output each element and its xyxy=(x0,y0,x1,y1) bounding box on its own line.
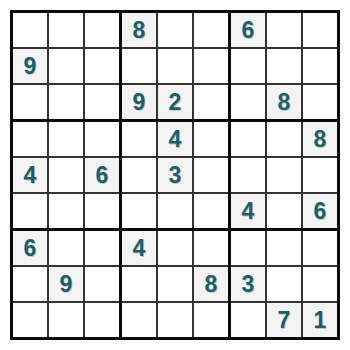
cell-r1c4[interactable]: 8 xyxy=(122,13,156,47)
sudoku-box-8: 48 xyxy=(122,231,228,337)
cell-r1c9[interactable] xyxy=(303,13,337,47)
cell-r3c9[interactable] xyxy=(303,85,337,119)
cell-r2c7[interactable] xyxy=(231,49,265,83)
cell-r6c2[interactable] xyxy=(49,194,83,228)
cell-r4c8[interactable] xyxy=(267,122,301,156)
cell-r8c6[interactable]: 8 xyxy=(194,267,228,301)
cell-r3c5[interactable]: 2 xyxy=(158,85,192,119)
sudoku-box-6: 846 xyxy=(231,122,337,228)
cell-r6c4[interactable] xyxy=(122,194,156,228)
cell-r7c9[interactable] xyxy=(303,231,337,265)
cell-r1c8[interactable] xyxy=(267,13,301,47)
cell-r9c6[interactable] xyxy=(194,303,228,337)
cell-r4c2[interactable] xyxy=(49,122,83,156)
cell-r2c6[interactable] xyxy=(194,49,228,83)
cell-r8c7[interactable]: 3 xyxy=(231,267,265,301)
cell-r6c5[interactable] xyxy=(158,194,192,228)
cell-r1c1[interactable] xyxy=(13,13,47,47)
cell-r6c7[interactable]: 4 xyxy=(231,194,265,228)
sudoku-box-5: 43 xyxy=(122,122,228,228)
sudoku-box-7: 69 xyxy=(13,231,119,337)
cell-r9c2[interactable] xyxy=(49,303,83,337)
cell-r6c3[interactable] xyxy=(85,194,119,228)
cell-r8c9[interactable] xyxy=(303,267,337,301)
cell-r4c3[interactable] xyxy=(85,122,119,156)
cell-r4c6[interactable] xyxy=(194,122,228,156)
cell-r8c4[interactable] xyxy=(122,267,156,301)
sudoku-page: 98926846438466948371 xyxy=(0,0,350,350)
cell-r7c3[interactable] xyxy=(85,231,119,265)
cell-r5c4[interactable] xyxy=(122,158,156,192)
cell-r5c1[interactable]: 4 xyxy=(13,158,47,192)
cell-r9c8[interactable]: 7 xyxy=(267,303,301,337)
cell-r7c4[interactable]: 4 xyxy=(122,231,156,265)
cell-r3c3[interactable] xyxy=(85,85,119,119)
cell-r3c8[interactable]: 8 xyxy=(267,85,301,119)
cell-r7c5[interactable] xyxy=(158,231,192,265)
cell-r2c4[interactable] xyxy=(122,49,156,83)
cell-r4c9[interactable]: 8 xyxy=(303,122,337,156)
cell-r9c1[interactable] xyxy=(13,303,47,337)
cell-r5c5[interactable]: 3 xyxy=(158,158,192,192)
cell-r3c1[interactable] xyxy=(13,85,47,119)
cell-r2c5[interactable] xyxy=(158,49,192,83)
cell-r7c8[interactable] xyxy=(267,231,301,265)
cell-r2c9[interactable] xyxy=(303,49,337,83)
cell-r2c2[interactable] xyxy=(49,49,83,83)
cell-r5c3[interactable]: 6 xyxy=(85,158,119,192)
cell-r3c2[interactable] xyxy=(49,85,83,119)
cell-r4c4[interactable] xyxy=(122,122,156,156)
cell-r6c9[interactable]: 6 xyxy=(303,194,337,228)
cell-r8c5[interactable] xyxy=(158,267,192,301)
cell-r5c6[interactable] xyxy=(194,158,228,192)
cell-r3c7[interactable] xyxy=(231,85,265,119)
cell-r8c1[interactable] xyxy=(13,267,47,301)
cell-r4c5[interactable]: 4 xyxy=(158,122,192,156)
cell-r9c5[interactable] xyxy=(158,303,192,337)
cell-r4c7[interactable] xyxy=(231,122,265,156)
cell-r2c3[interactable] xyxy=(85,49,119,83)
cell-r1c5[interactable] xyxy=(158,13,192,47)
cell-r6c1[interactable] xyxy=(13,194,47,228)
cell-r1c3[interactable] xyxy=(85,13,119,47)
cell-r2c8[interactable] xyxy=(267,49,301,83)
cell-r7c6[interactable] xyxy=(194,231,228,265)
sudoku-board: 98926846438466948371 xyxy=(10,10,340,340)
cell-r9c7[interactable] xyxy=(231,303,265,337)
cell-r5c8[interactable] xyxy=(267,158,301,192)
sudoku-box-1: 9 xyxy=(13,13,119,119)
cell-r6c6[interactable] xyxy=(194,194,228,228)
cell-r9c3[interactable] xyxy=(85,303,119,337)
cell-r8c2[interactable]: 9 xyxy=(49,267,83,301)
cell-r7c2[interactable] xyxy=(49,231,83,265)
cell-r6c8[interactable] xyxy=(267,194,301,228)
sudoku-box-4: 46 xyxy=(13,122,119,228)
cell-r2c1[interactable]: 9 xyxy=(13,49,47,83)
cell-r9c9[interactable]: 1 xyxy=(303,303,337,337)
sudoku-box-3: 68 xyxy=(231,13,337,119)
cell-r5c9[interactable] xyxy=(303,158,337,192)
cell-r1c7[interactable]: 6 xyxy=(231,13,265,47)
cell-r7c1[interactable]: 6 xyxy=(13,231,47,265)
cell-r3c6[interactable] xyxy=(194,85,228,119)
cell-r1c6[interactable] xyxy=(194,13,228,47)
cell-r8c3[interactable] xyxy=(85,267,119,301)
sudoku-box-9: 371 xyxy=(231,231,337,337)
sudoku-box-2: 892 xyxy=(122,13,228,119)
cell-r5c7[interactable] xyxy=(231,158,265,192)
cell-r9c4[interactable] xyxy=(122,303,156,337)
cell-r1c2[interactable] xyxy=(49,13,83,47)
cell-r4c1[interactable] xyxy=(13,122,47,156)
cell-r5c2[interactable] xyxy=(49,158,83,192)
cell-r3c4[interactable]: 9 xyxy=(122,85,156,119)
cell-r7c7[interactable] xyxy=(231,231,265,265)
cell-r8c8[interactable] xyxy=(267,267,301,301)
